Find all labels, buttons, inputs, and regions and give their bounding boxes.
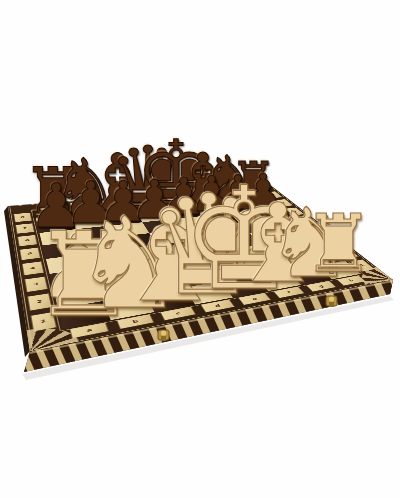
piece-light-rook-h1[interactable]: ♜: [303, 204, 374, 283]
product-photo: 8877665544332211aabbccddeeffgghh ♜♞♝♛♚♝♞…: [0, 0, 400, 498]
